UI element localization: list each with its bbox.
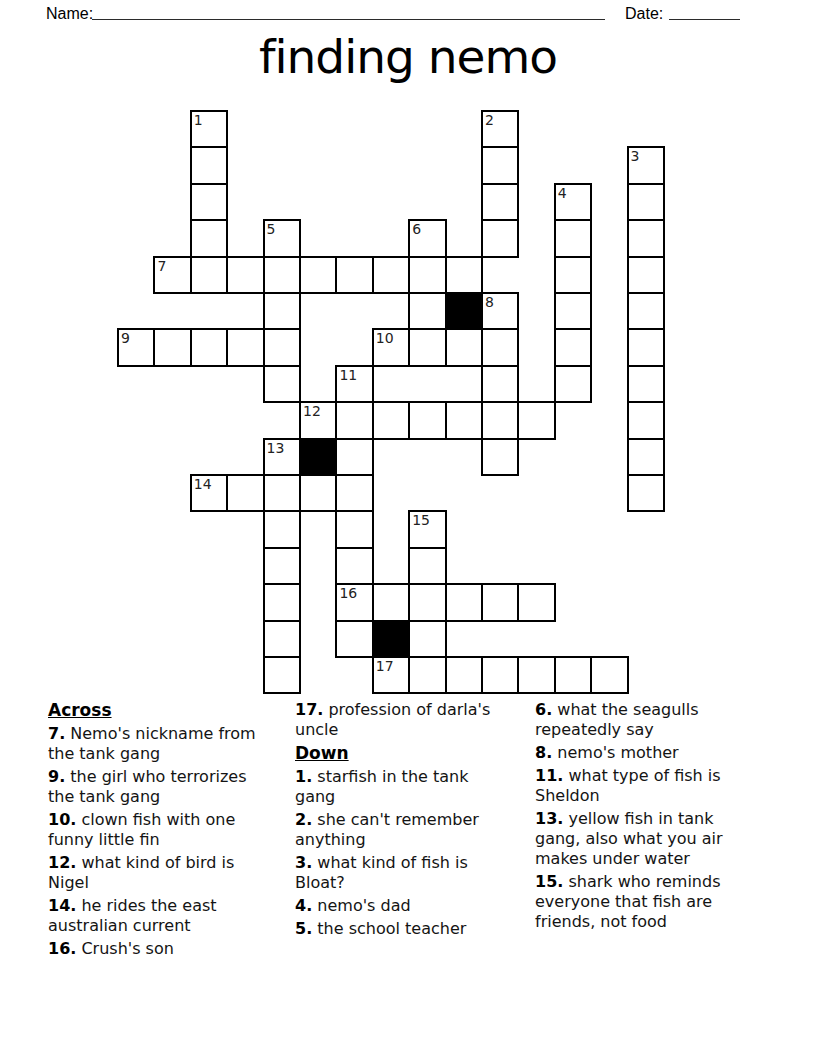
grid-cell[interactable] [445, 256, 483, 294]
clue-list-heading: Across [48, 700, 276, 720]
clue-number: 4 [558, 185, 567, 201]
grid-cell[interactable] [627, 292, 665, 330]
grid-cell[interactable] [263, 620, 301, 658]
grid-cell[interactable] [445, 656, 483, 694]
grid-cell[interactable] [335, 438, 373, 476]
clue-list-heading: Down [295, 743, 507, 763]
grid-cell[interactable] [263, 365, 301, 403]
clue-number-label: 13. [535, 809, 563, 828]
clue-number-label: 2. [295, 810, 312, 829]
grid-cell[interactable] [335, 547, 373, 585]
clue-number: 2 [485, 112, 494, 128]
grid-cell[interactable] [445, 328, 483, 366]
clue-number-label: 16. [48, 939, 76, 958]
clue-number: 15 [412, 512, 430, 528]
clue-number: 6 [412, 221, 421, 237]
grid-cell[interactable] [299, 256, 337, 294]
date-label: Date: [625, 6, 663, 22]
grid-cell[interactable] [627, 474, 665, 512]
clue-item: 17. profession of darla's uncle [295, 700, 507, 740]
clue-number: 10 [376, 330, 394, 346]
clue-number: 9 [121, 330, 130, 346]
grid-cell[interactable] [445, 583, 483, 621]
grid-cell[interactable] [481, 183, 519, 221]
clue-item: 12. what kind of bird is Nigel [48, 853, 276, 893]
grid-cell[interactable] [627, 183, 665, 221]
grid-cell[interactable] [372, 401, 410, 439]
grid-cell[interactable] [445, 401, 483, 439]
name-label: Name: [46, 6, 93, 22]
grid-cell[interactable] [335, 401, 373, 439]
grid-cell[interactable] [263, 547, 301, 585]
clue-number: 5 [267, 221, 276, 237]
grid-cell[interactable] [190, 328, 228, 366]
grid-cell[interactable]: 10 [372, 328, 410, 366]
clue-item: 3. what kind of fish is Bloat? [295, 853, 507, 893]
grid-cell[interactable] [408, 547, 446, 585]
grid-cell[interactable]: 14 [190, 474, 228, 512]
grid-cell[interactable]: 7 [153, 256, 191, 294]
grid-cell[interactable] [554, 219, 592, 257]
grid-cell[interactable] [263, 656, 301, 694]
grid-cell[interactable]: 2 [481, 110, 519, 148]
grid-cell[interactable] [372, 256, 410, 294]
clue-item: 10. clown fish with one funny little fin [48, 810, 276, 850]
clue-item: 13. yellow fish in tank gang, also what … [535, 809, 751, 869]
clue-number-label: 15. [535, 872, 563, 891]
grid-cell[interactable]: 8 [481, 292, 519, 330]
clue-item: 15. shark who reminds everyone that fish… [535, 872, 751, 932]
grid-cell[interactable] [190, 146, 228, 184]
grid-cell[interactable] [263, 583, 301, 621]
clue-number: 16 [339, 585, 357, 601]
grid-cell[interactable] [481, 328, 519, 366]
clue-item: 7. Nemo's nickname from the tank gang [48, 724, 276, 764]
clue-item: 16. Crush's son [48, 939, 276, 959]
grid-cell[interactable] [153, 328, 191, 366]
grid-cell[interactable] [517, 656, 555, 694]
grid-cell[interactable] [408, 292, 446, 330]
grid-cell[interactable] [627, 219, 665, 257]
grid-cell[interactable] [590, 656, 628, 694]
grid-cell[interactable] [481, 146, 519, 184]
clue-number-label: 3. [295, 853, 312, 872]
grid-cell[interactable]: 6 [408, 219, 446, 257]
grid-cell[interactable] [190, 256, 228, 294]
clue-item: 11. what type of fish is Sheldon [535, 766, 751, 806]
clue-number: 12 [303, 403, 321, 419]
grid-cell[interactable] [190, 183, 228, 221]
grid-cell[interactable] [408, 583, 446, 621]
clue-column: 6. what the seagulls repeatedly say8. ne… [535, 700, 751, 935]
grid-cell[interactable] [263, 328, 301, 366]
grid-cell[interactable] [627, 256, 665, 294]
clue-number-label: 9. [48, 767, 65, 786]
grid-cell[interactable]: 5 [263, 219, 301, 257]
clue-number-label: 7. [48, 724, 65, 743]
grid-cell[interactable] [335, 510, 373, 548]
grid-cell[interactable] [263, 474, 301, 512]
clue-number-label: 6. [535, 700, 552, 719]
grid-cell[interactable]: 11 [335, 365, 373, 403]
grid-cell[interactable]: 3 [627, 146, 665, 184]
clue-number-label: 11. [535, 766, 563, 785]
crossword-board: 1234567891011121314151617 [117, 110, 665, 695]
grid-cell[interactable] [372, 583, 410, 621]
grid-cell[interactable] [335, 474, 373, 512]
name-blank-line[interactable] [92, 19, 605, 20]
grid-cell[interactable] [627, 438, 665, 476]
clue-number-label: 14. [48, 896, 76, 915]
clue-item: 4. nemo's dad [295, 896, 507, 916]
grid-cell[interactable] [335, 256, 373, 294]
clue-number: 17 [376, 658, 394, 674]
grid-cell[interactable] [481, 583, 519, 621]
date-blank-line[interactable] [669, 19, 740, 20]
grid-cell[interactable] [517, 401, 555, 439]
clue-number: 7 [157, 258, 166, 274]
grid-cell[interactable] [554, 328, 592, 366]
clue-number-label: 4. [295, 896, 312, 915]
grid-cell[interactable] [226, 328, 264, 366]
clue-number-label: 8. [535, 743, 552, 762]
clue-number-label: 5. [295, 919, 312, 938]
clue-item: 9. the girl who terrorizes the tank gang [48, 767, 276, 807]
grid-cell[interactable] [554, 256, 592, 294]
blocked-cell [445, 292, 483, 330]
grid-cell[interactable] [554, 656, 592, 694]
grid-cell[interactable]: 17 [372, 656, 410, 694]
grid-cell[interactable] [481, 401, 519, 439]
clue-item: 2. she can't remember anything [295, 810, 507, 850]
grid-cell[interactable] [627, 328, 665, 366]
grid-cell[interactable] [408, 656, 446, 694]
worksheet-page: Name: Date: finding nemo 123456789101112… [0, 0, 816, 1056]
clue-number: 8 [485, 294, 494, 310]
grid-cell[interactable]: 15 [408, 510, 446, 548]
clue-number: 3 [631, 148, 640, 164]
grid-cell[interactable] [627, 401, 665, 439]
grid-cell[interactable]: 9 [117, 328, 155, 366]
grid-cell[interactable] [481, 656, 519, 694]
grid-cell[interactable] [226, 474, 264, 512]
grid-cell[interactable]: 16 [335, 583, 373, 621]
clue-number: 13 [267, 440, 285, 456]
grid-cell[interactable] [554, 292, 592, 330]
clue-number: 11 [339, 367, 357, 383]
grid-cell[interactable] [408, 328, 446, 366]
grid-cell[interactable] [517, 583, 555, 621]
grid-cell[interactable] [627, 365, 665, 403]
grid-cell[interactable] [335, 620, 373, 658]
page-title: finding nemo [0, 30, 816, 84]
grid-cell[interactable] [299, 474, 337, 512]
clue-number: 14 [194, 476, 212, 492]
grid-cell[interactable] [263, 510, 301, 548]
clue-number-label: 1. [295, 767, 312, 786]
grid-cell[interactable] [408, 256, 446, 294]
blocked-cell [299, 438, 337, 476]
clue-number-label: 10. [48, 810, 76, 829]
grid-cell[interactable] [554, 365, 592, 403]
clue-item: 8. nemo's mother [535, 743, 751, 763]
grid-cell[interactable] [190, 219, 228, 257]
grid-cell[interactable] [408, 620, 446, 658]
grid-cell[interactable]: 1 [190, 110, 228, 148]
clue-column: 17. profession of darla's uncleDown1. st… [295, 700, 507, 942]
clue-number-label: 12. [48, 853, 76, 872]
clue-item: 6. what the seagulls repeatedly say [535, 700, 751, 740]
grid-cell[interactable]: 12 [299, 401, 337, 439]
grid-cell[interactable] [481, 438, 519, 476]
clue-number: 1 [194, 112, 203, 128]
grid-cell[interactable]: 13 [263, 438, 301, 476]
clue-item: 5. the school teacher [295, 919, 507, 939]
clue-item: 1. starfish in the tank gang [295, 767, 507, 807]
grid-cell[interactable] [226, 256, 264, 294]
grid-cell[interactable] [481, 219, 519, 257]
grid-cell[interactable] [481, 365, 519, 403]
blocked-cell [372, 620, 410, 658]
clue-number-label: 17. [295, 700, 323, 719]
clue-column: Across7. Nemo's nickname from the tank g… [48, 700, 276, 962]
grid-cell[interactable] [263, 256, 301, 294]
grid-cell[interactable] [263, 292, 301, 330]
clue-item: 14. he rides the east australian current [48, 896, 276, 936]
grid-cell[interactable] [408, 401, 446, 439]
grid-cell[interactable]: 4 [554, 183, 592, 221]
